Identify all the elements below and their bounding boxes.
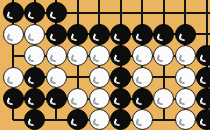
intersection[interactable]: [2, 88, 24, 109]
intersection[interactable]: [153, 88, 175, 109]
intersection[interactable]: [131, 109, 153, 130]
white-stone[interactable]: [89, 88, 110, 109]
intersection[interactable]: [153, 2, 175, 23]
white-stone[interactable]: [89, 67, 110, 88]
white-stone[interactable]: [24, 45, 45, 66]
intersection[interactable]: [45, 66, 67, 87]
intersection[interactable]: [196, 66, 210, 87]
intersection[interactable]: [153, 45, 175, 66]
intersection[interactable]: [174, 2, 196, 23]
intersection[interactable]: [110, 109, 132, 130]
white-stone[interactable]: [175, 88, 196, 109]
intersection[interactable]: [2, 45, 24, 66]
black-stone[interactable]: [89, 24, 110, 45]
intersection[interactable]: [67, 88, 89, 109]
intersection[interactable]: [88, 24, 110, 45]
black-stone[interactable]: [3, 2, 24, 23]
black-stone[interactable]: [196, 67, 210, 88]
intersection[interactable]: [45, 24, 67, 45]
intersection[interactable]: [67, 24, 89, 45]
intersection[interactable]: [2, 66, 24, 87]
intersection[interactable]: [174, 66, 196, 87]
black-stone[interactable]: [67, 109, 88, 130]
intersection[interactable]: [174, 45, 196, 66]
white-stone[interactable]: [153, 45, 174, 66]
white-stone[interactable]: [67, 45, 88, 66]
black-stone[interactable]: [196, 45, 210, 66]
white-stone[interactable]: [175, 67, 196, 88]
intersection[interactable]: [110, 2, 132, 23]
black-stone[interactable]: [24, 109, 45, 130]
intersection[interactable]: [24, 2, 46, 23]
intersection[interactable]: [67, 66, 89, 87]
intersection[interactable]: [67, 2, 89, 23]
white-stone[interactable]: [89, 109, 110, 130]
intersection[interactable]: [45, 88, 67, 109]
white-stone[interactable]: [3, 24, 24, 45]
intersection[interactable]: [2, 109, 24, 130]
white-stone[interactable]: [46, 67, 67, 88]
intersection[interactable]: [174, 109, 196, 130]
intersection[interactable]: [110, 45, 132, 66]
intersection[interactable]: [174, 88, 196, 109]
go-board-screenshot: [0, 0, 210, 130]
white-stone[interactable]: [46, 45, 67, 66]
intersection[interactable]: [196, 2, 210, 23]
black-stone[interactable]: [24, 88, 45, 109]
intersection[interactable]: [196, 88, 210, 109]
intersection[interactable]: [110, 66, 132, 87]
intersection[interactable]: [24, 88, 46, 109]
intersection[interactable]: [24, 24, 46, 45]
intersection[interactable]: [2, 24, 24, 45]
black-stone[interactable]: [110, 109, 131, 130]
black-stone[interactable]: [175, 24, 196, 45]
intersection[interactable]: [24, 109, 46, 130]
intersection[interactable]: [88, 45, 110, 66]
intersection[interactable]: [174, 24, 196, 45]
black-stone[interactable]: [24, 67, 45, 88]
black-stone[interactable]: [110, 67, 131, 88]
black-stone[interactable]: [110, 45, 131, 66]
white-stone[interactable]: [89, 45, 110, 66]
intersection[interactable]: [131, 88, 153, 109]
intersection[interactable]: [131, 2, 153, 23]
intersection[interactable]: [110, 24, 132, 45]
black-stone[interactable]: [46, 24, 67, 45]
black-stone[interactable]: [46, 2, 67, 23]
intersection[interactable]: [67, 109, 89, 130]
intersection[interactable]: [24, 45, 46, 66]
white-stone[interactable]: [175, 109, 196, 130]
intersection[interactable]: [131, 24, 153, 45]
intersection[interactable]: [45, 45, 67, 66]
intersection[interactable]: [45, 2, 67, 23]
white-stone[interactable]: [132, 45, 153, 66]
black-stone[interactable]: [196, 109, 210, 130]
black-stone[interactable]: [132, 88, 153, 109]
black-stone[interactable]: [67, 24, 88, 45]
black-stone[interactable]: [196, 88, 210, 109]
intersection[interactable]: [45, 109, 67, 130]
intersection[interactable]: [2, 2, 24, 23]
white-stone[interactable]: [67, 88, 88, 109]
go-board: [2, 2, 210, 130]
intersection[interactable]: [153, 24, 175, 45]
intersection[interactable]: [131, 45, 153, 66]
intersection[interactable]: [196, 45, 210, 66]
black-stone[interactable]: [110, 24, 131, 45]
intersection[interactable]: [110, 88, 132, 109]
black-stone[interactable]: [153, 24, 174, 45]
intersection[interactable]: [196, 109, 210, 130]
black-stone[interactable]: [46, 88, 67, 109]
black-stone[interactable]: [110, 88, 131, 109]
intersection[interactable]: [88, 66, 110, 87]
black-stone[interactable]: [132, 24, 153, 45]
intersection[interactable]: [88, 109, 110, 130]
white-stone[interactable]: [153, 88, 174, 109]
intersection[interactable]: [153, 109, 175, 130]
intersection[interactable]: [24, 66, 46, 87]
white-stone[interactable]: [3, 67, 24, 88]
intersection[interactable]: [131, 66, 153, 87]
white-stone[interactable]: [132, 109, 153, 130]
intersection[interactable]: [88, 2, 110, 23]
intersection[interactable]: [88, 88, 110, 109]
intersection[interactable]: [67, 45, 89, 66]
black-stone[interactable]: [24, 2, 45, 23]
intersection[interactable]: [153, 66, 175, 87]
intersection[interactable]: [196, 24, 210, 45]
white-stone[interactable]: [175, 45, 196, 66]
black-stone[interactable]: [3, 88, 24, 109]
white-stone[interactable]: [132, 67, 153, 88]
white-stone[interactable]: [24, 24, 45, 45]
